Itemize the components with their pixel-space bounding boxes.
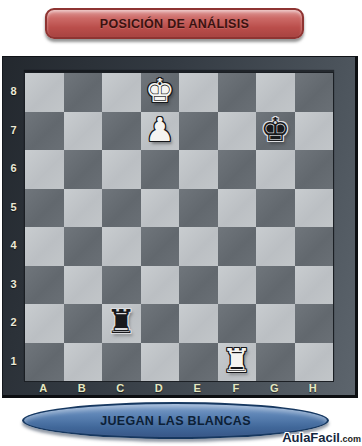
square-f8[interactable] [218,73,257,112]
rank-label-2: 2 [3,303,24,342]
square-a2[interactable] [25,304,64,343]
rank-labels: 87654321 [3,72,24,380]
brand-suffix[interactable]: .com [340,434,361,444]
square-d2[interactable] [141,304,180,343]
square-e2[interactable] [179,304,218,343]
square-c4[interactable] [102,227,141,266]
rank-label-8: 8 [3,72,24,111]
square-g8[interactable] [256,73,295,112]
square-d7[interactable]: ♟ [141,112,180,151]
file-labels: ABCDEFGH [24,381,332,396]
square-a5[interactable] [25,189,64,228]
square-b2[interactable] [64,304,103,343]
square-d8[interactable]: ♚ [141,73,180,112]
square-b4[interactable] [64,227,103,266]
square-h4[interactable] [295,227,334,266]
square-d4[interactable] [141,227,180,266]
square-h1[interactable] [295,343,334,382]
rank-label-6: 6 [3,149,24,188]
file-label-f: F [217,381,256,396]
page: POSICIÓN DE ANÁLISIS 87654321 ♚♟♚♜♜ ABCD… [0,0,362,446]
square-c2[interactable]: ♜ [102,304,141,343]
square-d5[interactable] [141,189,180,228]
square-e8[interactable] [179,73,218,112]
square-c7[interactable] [102,112,141,151]
square-d1[interactable] [141,343,180,382]
square-a1[interactable] [25,343,64,382]
square-f4[interactable] [218,227,257,266]
square-c3[interactable] [102,266,141,305]
square-f2[interactable] [218,304,257,343]
square-h3[interactable] [295,266,334,305]
square-g4[interactable] [256,227,295,266]
rank-label-3: 3 [3,265,24,304]
black-rook-c2[interactable]: ♜ [106,303,136,342]
analysis-banner: POSICIÓN DE ANÁLISIS [45,8,304,39]
square-a3[interactable] [25,266,64,305]
square-h8[interactable] [295,73,334,112]
square-h2[interactable] [295,304,334,343]
square-f5[interactable] [218,189,257,228]
square-f6[interactable] [218,150,257,189]
square-a8[interactable] [25,73,64,112]
file-label-c: C [101,381,140,396]
square-f1[interactable]: ♜ [218,343,257,382]
file-label-a: A [24,381,63,396]
square-g7[interactable]: ♚ [256,112,295,151]
square-b8[interactable] [64,73,103,112]
square-g2[interactable] [256,304,295,343]
rank-label-4: 4 [3,226,24,265]
file-label-b: B [63,381,102,396]
square-a7[interactable] [25,112,64,151]
square-f3[interactable] [218,266,257,305]
file-label-h: H [294,381,333,396]
square-h6[interactable] [295,150,334,189]
file-label-g: G [255,381,294,396]
square-b5[interactable] [64,189,103,228]
square-c6[interactable] [102,150,141,189]
square-g3[interactable] [256,266,295,305]
square-g5[interactable] [256,189,295,228]
white-rook-f1[interactable]: ♜ [222,342,252,381]
board-grid: ♚♟♚♜♜ [24,72,334,382]
square-e6[interactable] [179,150,218,189]
square-b7[interactable] [64,112,103,151]
square-d3[interactable] [141,266,180,305]
white-king-d8[interactable]: ♚ [145,72,175,111]
white-pawn-d7[interactable]: ♟ [145,111,175,150]
file-label-e: E [178,381,217,396]
analysis-banner-label: POSICIÓN DE ANÁLISIS [100,17,249,31]
square-e4[interactable] [179,227,218,266]
chess-board: 87654321 ♚♟♚♜♜ ABCDEFGH [2,56,358,398]
square-b6[interactable] [64,150,103,189]
rank-label-7: 7 [3,111,24,150]
brand-name[interactable]: AulaFacil [282,430,340,445]
square-f7[interactable] [218,112,257,151]
square-g6[interactable] [256,150,295,189]
square-g1[interactable] [256,343,295,382]
square-b3[interactable] [64,266,103,305]
square-e1[interactable] [179,343,218,382]
square-h5[interactable] [295,189,334,228]
square-e3[interactable] [179,266,218,305]
square-c1[interactable] [102,343,141,382]
rank-label-5: 5 [3,188,24,227]
square-d6[interactable] [141,150,180,189]
square-c5[interactable] [102,189,141,228]
square-a4[interactable] [25,227,64,266]
turn-banner-label: JUEGAN LAS BLANCAS [100,414,251,428]
square-a6[interactable] [25,150,64,189]
square-c8[interactable] [102,73,141,112]
black-king-g7[interactable]: ♚ [260,111,290,150]
square-e5[interactable] [179,189,218,228]
square-e7[interactable] [179,112,218,151]
square-b1[interactable] [64,343,103,382]
file-label-d: D [140,381,179,396]
brand-logo[interactable]: AulaFacil.com [282,428,361,446]
rank-label-1: 1 [3,342,24,381]
square-h7[interactable] [295,112,334,151]
